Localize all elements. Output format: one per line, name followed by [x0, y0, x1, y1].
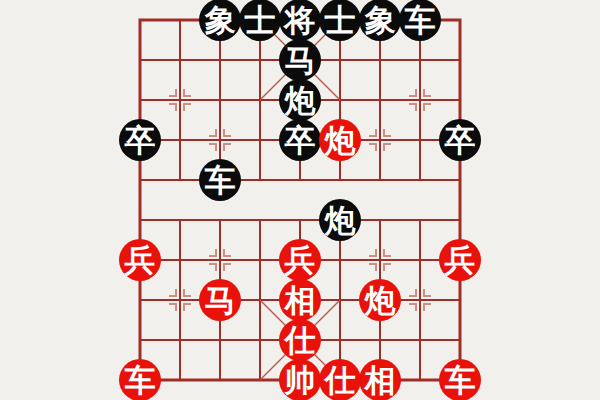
piece-red-soldier[interactable]: 兵: [279, 239, 321, 281]
piece-red-advisor[interactable]: 仕: [279, 319, 321, 361]
piece-red-chariot[interactable]: 车: [119, 359, 161, 400]
piece-red-elephant[interactable]: 相: [279, 279, 321, 321]
piece-black-soldier[interactable]: 卒: [439, 119, 481, 161]
pieces-layer: 象士将士象车马炮卒卒炮卒车炮兵兵兵马相炮仕车帅仕相车: [120, 0, 480, 400]
piece-red-soldier[interactable]: 兵: [119, 239, 161, 281]
piece-black-advisor[interactable]: 士: [319, 0, 361, 41]
piece-red-elephant[interactable]: 相: [359, 359, 401, 400]
piece-red-cannon[interactable]: 炮: [319, 119, 361, 161]
piece-black-horse[interactable]: 马: [279, 39, 321, 81]
piece-black-elephant[interactable]: 象: [359, 0, 401, 41]
piece-black-soldier[interactable]: 卒: [279, 119, 321, 161]
piece-red-soldier[interactable]: 兵: [439, 239, 481, 281]
piece-red-cannon[interactable]: 炮: [359, 279, 401, 321]
xiangqi-board: 象士将士象车马炮卒卒炮卒车炮兵兵兵马相炮仕车帅仕相车: [0, 0, 600, 400]
piece-black-chariot[interactable]: 车: [399, 0, 441, 41]
piece-black-cannon[interactable]: 炮: [319, 199, 361, 241]
piece-red-chariot[interactable]: 车: [439, 359, 481, 400]
piece-black-soldier[interactable]: 卒: [119, 119, 161, 161]
piece-black-advisor[interactable]: 士: [239, 0, 281, 41]
piece-red-advisor[interactable]: 仕: [319, 359, 361, 400]
piece-black-general[interactable]: 将: [279, 0, 321, 41]
piece-red-horse[interactable]: 马: [199, 279, 241, 321]
piece-black-elephant[interactable]: 象: [199, 0, 241, 41]
piece-red-general[interactable]: 帅: [279, 359, 321, 400]
piece-black-chariot[interactable]: 车: [199, 159, 241, 201]
piece-black-cannon[interactable]: 炮: [279, 79, 321, 121]
